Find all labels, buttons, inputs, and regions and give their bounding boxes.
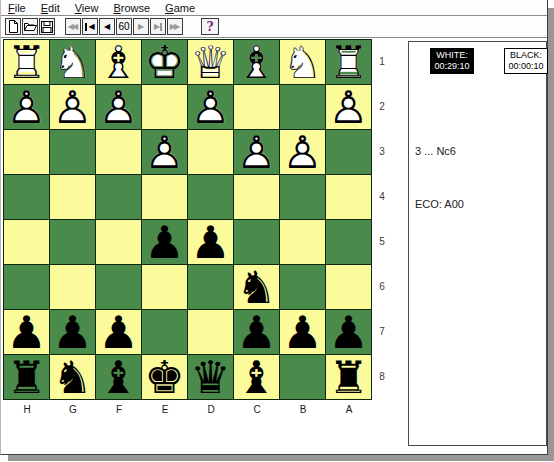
square-f3[interactable] [96,130,141,174]
square-e8[interactable]: ♚ [142,355,187,399]
square-e4[interactable] [142,175,187,219]
square-a6[interactable] [326,265,371,309]
file-label-h: H [4,404,50,415]
go-to-end-icon: ▶ [154,23,162,31]
square-b2[interactable] [280,85,325,129]
menu-view[interactable]: View [73,2,101,14]
menu-file[interactable]: File [6,2,28,14]
square-h3[interactable] [4,130,49,174]
square-e6[interactable] [142,265,187,309]
square-g1[interactable]: ♞♘ [50,40,95,84]
square-f6[interactable] [96,265,141,309]
main-content: ♜♖♞♘♝♗♚♔♛♕♝♗♞♘♜♖♟♙♟♙♟♙♟♙♟♙♟♙♟♙♟♙♟♟♞♟♟♟♟♟… [1,38,547,446]
square-e3[interactable]: ♟♙ [142,130,187,174]
square-g3[interactable] [50,130,95,174]
white-bishop-icon: ♝♗ [234,40,279,84]
square-f2[interactable]: ♟♙ [96,85,141,129]
square-e5[interactable]: ♟ [142,220,187,264]
file-label-e: E [142,404,188,415]
square-b7[interactable]: ♟ [280,310,325,354]
black-clock-label: BLACK: [505,50,547,61]
white-pawn-icon: ♟♙ [142,130,187,174]
square-c8[interactable]: ♝ [234,355,279,399]
square-d7[interactable] [188,310,233,354]
white-clock-label: WHITE: [431,50,473,61]
open-file-button[interactable] [22,18,38,35]
square-c1[interactable]: ♝♗ [234,40,279,84]
black-pawn-icon: ♟ [142,220,187,264]
black-knight-icon: ♞ [234,265,279,309]
square-c5[interactable] [234,220,279,264]
square-h6[interactable] [4,265,49,309]
square-b4[interactable] [280,175,325,219]
square-g6[interactable] [50,265,95,309]
black-clock: BLACK: 00:00:10 [504,48,548,74]
square-h8[interactable]: ♜ [4,355,49,399]
menu-edit[interactable]: Edit [39,2,62,14]
open-folder-icon [24,21,37,32]
toolbar: ◀◀ ◀ ◀ 60 ▶ ▶ ▶▶ ? [1,16,547,38]
black-pawn-icon: ♟ [4,310,49,354]
nav-button-group: ◀◀ ◀ ◀ 60 ▶ ▶ ▶▶ [65,18,184,35]
black-pawn-icon: ♟ [96,310,141,354]
square-g8[interactable]: ♞ [50,355,95,399]
white-bishop-icon: ♝♗ [96,40,141,84]
fast-forward-button[interactable]: ▶▶ [167,18,183,35]
square-e7[interactable] [142,310,187,354]
step-back-button[interactable]: ◀ [99,18,115,35]
white-knight-icon: ♞♘ [280,40,325,84]
file-label-c: C [234,404,280,415]
file-labels: HGFEDCBA [4,404,391,415]
square-a4[interactable] [326,175,371,219]
go-to-start-button[interactable]: ◀ [82,18,98,35]
square-c3[interactable]: ♟♙ [234,130,279,174]
fast-forward-icon: ▶▶ [170,23,180,31]
square-h7[interactable]: ♟ [4,310,49,354]
help-question-icon: ? [206,21,213,33]
square-a2[interactable]: ♟♙ [326,85,371,129]
black-pawn-icon: ♟ [326,310,371,354]
go-to-start-icon: ◀ [85,23,94,31]
black-king-icon: ♚ [142,355,187,399]
square-d6[interactable] [188,265,233,309]
square-a8[interactable]: ♜ [326,355,371,399]
fast-rewind-icon: ◀◀ [68,23,78,31]
white-knight-icon: ♞♘ [50,40,95,84]
step-forward-button[interactable]: ▶ [133,18,149,35]
square-f1[interactable]: ♝♗ [96,40,141,84]
white-pawn-icon: ♟♙ [96,85,141,129]
white-queen-icon: ♛♕ [188,40,233,84]
rank-label-7: 7 [373,309,391,354]
black-clock-time: 00:00:10 [505,61,547,72]
fast-rewind-button[interactable]: ◀◀ [65,18,81,35]
rank-label-6: 6 [373,264,391,309]
go-to-end-button[interactable]: ▶ [150,18,166,35]
black-pawn-icon: ♟ [50,310,95,354]
rank-label-4: 4 [373,174,391,219]
square-a7[interactable]: ♟ [326,310,371,354]
white-pawn-icon: ♟♙ [280,130,325,174]
square-d3[interactable] [188,130,233,174]
menu-browse[interactable]: Browse [111,2,152,14]
black-pawn-icon: ♟ [188,220,233,264]
square-e2[interactable] [142,85,187,129]
square-g2[interactable]: ♟♙ [50,85,95,129]
move-counter-button[interactable]: 60 [116,18,132,35]
white-pawn-icon: ♟♙ [188,85,233,129]
rank-labels: 12345678 [373,39,391,400]
white-rook-icon: ♜♖ [4,40,49,84]
rank-label-2: 2 [373,84,391,129]
new-document-icon [8,20,19,33]
square-b3[interactable]: ♟♙ [280,130,325,174]
square-g4[interactable] [50,175,95,219]
square-a5[interactable] [326,220,371,264]
square-b6[interactable] [280,265,325,309]
file-label-f: F [96,404,142,415]
menu-bar: File Edit View Browse Game [1,0,547,16]
square-h4[interactable] [4,175,49,219]
square-b5[interactable] [280,220,325,264]
square-f7[interactable]: ♟ [96,310,141,354]
black-pawn-icon: ♟ [234,310,279,354]
white-clock-time: 00:29:10 [431,61,473,72]
white-pawn-icon: ♟♙ [326,85,371,129]
square-g5[interactable] [50,220,95,264]
square-c2[interactable] [234,85,279,129]
file-label-a: A [326,404,372,415]
square-d2[interactable]: ♟♙ [188,85,233,129]
help-button[interactable]: ? [201,18,219,35]
black-rook-icon: ♜ [326,355,371,399]
last-move-text: 3 ... Nc6 [415,145,456,157]
square-d4[interactable] [188,175,233,219]
step-forward-icon: ▶ [138,23,144,31]
file-button-group [5,18,56,35]
black-bishop-icon: ♝ [96,355,141,399]
file-label-g: G [50,404,96,415]
chess-board: ♜♖♞♘♝♗♚♔♛♕♝♗♞♘♜♖♟♙♟♙♟♙♟♙♟♙♟♙♟♙♟♙♟♟♞♟♟♟♟♟… [3,39,372,400]
menu-game[interactable]: Game [163,2,197,14]
square-d5[interactable]: ♟ [188,220,233,264]
white-king-icon: ♚♔ [142,40,187,84]
app-window: File Edit View Browse Game [0,0,548,455]
square-h1[interactable]: ♜♖ [4,40,49,84]
white-pawn-icon: ♟♙ [4,85,49,129]
move-counter-label: 60 [118,21,129,32]
rank-label-3: 3 [373,129,391,174]
file-label-d: D [188,404,234,415]
eco-code-text: ECO: A00 [415,198,464,210]
square-a1[interactable]: ♜♖ [326,40,371,84]
square-b8[interactable] [280,355,325,399]
black-pawn-icon: ♟ [280,310,325,354]
square-c7[interactable]: ♟ [234,310,279,354]
file-label-b: B [280,404,326,415]
square-h5[interactable] [4,220,49,264]
save-floppy-icon [41,21,53,33]
white-rook-icon: ♜♖ [326,40,371,84]
white-pawn-icon: ♟♙ [234,130,279,174]
save-button[interactable] [39,18,55,35]
black-queen-icon: ♛ [188,355,233,399]
square-d1[interactable]: ♛♕ [188,40,233,84]
square-h2[interactable]: ♟♙ [4,85,49,129]
square-f5[interactable] [96,220,141,264]
white-clock: WHITE: 00:29:10 [430,48,474,74]
square-c6[interactable]: ♞ [234,265,279,309]
square-f4[interactable] [96,175,141,219]
rank-label-1: 1 [373,39,391,84]
game-info-panel: WHITE: 00:29:10 BLACK: 00:00:10 3 ... Nc… [408,41,547,446]
black-knight-icon: ♞ [50,355,95,399]
rank-label-5: 5 [373,219,391,264]
new-game-button[interactable] [5,18,21,35]
square-a3[interactable] [326,130,371,174]
black-rook-icon: ♜ [4,355,49,399]
square-d8[interactable]: ♛ [188,355,233,399]
white-pawn-icon: ♟♙ [50,85,95,129]
square-g7[interactable]: ♟ [50,310,95,354]
black-bishop-icon: ♝ [234,355,279,399]
step-back-icon: ◀ [104,23,110,31]
square-f8[interactable]: ♝ [96,355,141,399]
rank-label-8: 8 [373,354,391,399]
square-e1[interactable]: ♚♔ [142,40,187,84]
square-c4[interactable] [234,175,279,219]
square-b1[interactable]: ♞♘ [280,40,325,84]
